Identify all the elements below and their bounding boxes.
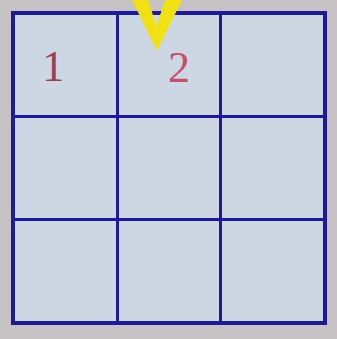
cell-r0c0[interactable]: 1 bbox=[15, 15, 116, 115]
cell-r1c2[interactable] bbox=[222, 118, 323, 218]
cell-r0c1[interactable]: 2 bbox=[119, 15, 220, 115]
cell-r2c0[interactable] bbox=[15, 221, 116, 321]
cell-r1c1[interactable] bbox=[119, 118, 220, 218]
cell-r1c0[interactable] bbox=[15, 118, 116, 218]
cell-r2c2[interactable] bbox=[222, 221, 323, 321]
cell-r0c2[interactable] bbox=[222, 15, 323, 115]
puzzle-diagram: 1 2 bbox=[0, 0, 337, 339]
cell-r2c1[interactable] bbox=[119, 221, 220, 321]
cell-value: 1 bbox=[42, 45, 64, 89]
cell-value: 2 bbox=[168, 46, 190, 90]
puzzle-grid: 1 2 bbox=[11, 11, 327, 325]
